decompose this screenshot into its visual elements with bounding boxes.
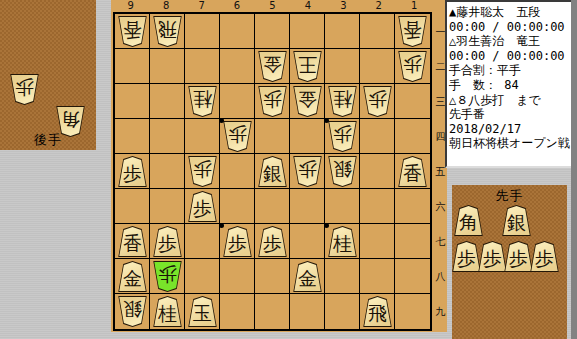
info-line: 手合割：平手	[449, 63, 576, 78]
square-2-7	[360, 224, 395, 259]
square-9-3	[115, 84, 150, 119]
square-5-8	[255, 259, 290, 294]
piece-歩: 歩	[363, 86, 392, 117]
info-line: △羽生善治 竜王	[449, 34, 576, 49]
piece-香: 香	[118, 16, 147, 47]
piece-歩: 歩	[478, 241, 507, 272]
square-9-1: 香	[115, 14, 150, 49]
file-label: 8	[148, 0, 183, 12]
hoshi-dot	[219, 223, 224, 228]
file-label: 5	[255, 0, 290, 12]
piece-香: 香	[398, 16, 427, 47]
square-1-1: 香	[395, 14, 430, 49]
square-9-5: 歩	[115, 154, 150, 189]
square-3-8	[325, 259, 360, 294]
piece-香: 香	[118, 226, 147, 257]
square-6-2	[220, 49, 255, 84]
piece-角: 角	[454, 205, 483, 236]
square-4-3: 金	[290, 84, 325, 119]
square-2-2	[360, 49, 395, 84]
file-label: 1	[397, 0, 432, 12]
square-4-9	[290, 294, 325, 329]
square-1-5: 香	[395, 154, 430, 189]
piece-歩: 歩	[293, 156, 322, 187]
piece-歩: 歩	[223, 121, 252, 152]
piece-歩: 歩	[188, 156, 217, 187]
game-info-panel[interactable]: ▲藤井聡太 五段00:00 / 00:00:00△羽生善治 竜王00:00 / …	[445, 0, 577, 168]
square-8-9: 桂	[150, 294, 185, 329]
file-label: 6	[219, 0, 254, 12]
square-9-4	[115, 119, 150, 154]
window-edge	[571, 0, 577, 339]
square-2-3: 歩	[360, 84, 395, 119]
square-7-8	[185, 259, 220, 294]
board-area: 987654321 香飛香金王歩桂歩金桂歩歩歩歩歩銀歩銀香歩香歩歩歩桂金歩金銀桂…	[111, 0, 447, 332]
square-7-6: 歩	[185, 189, 220, 224]
square-3-3: 桂	[325, 84, 360, 119]
square-8-4	[150, 119, 185, 154]
square-7-9: 玉	[185, 294, 220, 329]
info-line: 2018/02/17	[449, 122, 576, 137]
sente-captured-stand: 先手 角銀歩歩歩歩	[452, 185, 567, 339]
square-2-1	[360, 14, 395, 49]
square-6-5	[220, 154, 255, 189]
square-8-3	[150, 84, 185, 119]
shogi-kifu-viewer: 歩角 後手 987654321 香飛香金王歩桂歩金桂歩歩歩歩歩銀歩銀香歩香歩歩歩…	[0, 0, 577, 339]
square-4-7	[290, 224, 325, 259]
square-5-5: 銀	[255, 154, 290, 189]
square-7-2	[185, 49, 220, 84]
rank-label: 八	[434, 259, 447, 294]
piece-歩: 歩	[398, 51, 427, 82]
piece-飛: 飛	[153, 16, 182, 47]
piece-歩: 歩	[153, 226, 182, 257]
piece-歩: 歩	[530, 241, 559, 272]
square-8-8: 歩	[150, 259, 185, 294]
square-5-6	[255, 189, 290, 224]
square-9-2	[115, 49, 150, 84]
square-6-7: 歩	[220, 224, 255, 259]
square-6-4: 歩	[220, 119, 255, 154]
rank-label: 九	[434, 294, 447, 329]
square-2-9: 飛	[360, 294, 395, 329]
square-8-2	[150, 49, 185, 84]
piece-桂: 桂	[328, 226, 357, 257]
square-6-3	[220, 84, 255, 119]
info-line: ▲藤井聡太 五段	[449, 5, 576, 20]
piece-玉: 玉	[188, 296, 217, 327]
piece-桂: 桂	[328, 86, 357, 117]
piece-歩: 歩	[504, 241, 533, 272]
rank-label: 七	[434, 224, 447, 259]
square-3-6	[325, 189, 360, 224]
file-label: 9	[113, 0, 148, 12]
file-label: 2	[361, 0, 396, 12]
square-9-9: 銀	[115, 294, 150, 329]
piece-金: 金	[293, 261, 322, 292]
square-8-7: 歩	[150, 224, 185, 259]
piece-金: 金	[293, 86, 322, 117]
hoshi-dot	[219, 118, 224, 123]
square-4-4	[290, 119, 325, 154]
square-3-5: 銀	[325, 154, 360, 189]
piece-歩: 歩	[328, 121, 357, 152]
square-9-8: 金	[115, 259, 150, 294]
square-4-5: 歩	[290, 154, 325, 189]
info-line: 00:00 / 00:00:00	[449, 49, 576, 64]
gote-stand-label: 後手	[0, 131, 96, 149]
square-3-4: 歩	[325, 119, 360, 154]
piece-桂: 桂	[188, 86, 217, 117]
piece-銀: 銀	[258, 156, 287, 187]
square-2-4	[360, 119, 395, 154]
file-labels: 987654321	[113, 0, 432, 12]
info-line: 朝日杯将棋オープン戦	[449, 136, 576, 151]
hoshi-dot	[324, 118, 329, 123]
piece-桂: 桂	[153, 296, 182, 327]
square-4-1	[290, 14, 325, 49]
piece-金: 金	[118, 261, 147, 292]
square-5-4	[255, 119, 290, 154]
square-1-3	[395, 84, 430, 119]
square-6-8	[220, 259, 255, 294]
piece-銀: 銀	[118, 296, 147, 327]
piece-歩: 歩	[258, 226, 287, 257]
square-3-2	[325, 49, 360, 84]
piece-歩: 歩	[452, 241, 481, 272]
square-4-8: 金	[290, 259, 325, 294]
square-5-3: 歩	[255, 84, 290, 119]
info-line: △８八歩打 まで	[449, 93, 576, 108]
piece-香: 香	[398, 156, 427, 187]
square-1-6	[395, 189, 430, 224]
square-8-1: 飛	[150, 14, 185, 49]
square-1-8	[395, 259, 430, 294]
sente-stand-label: 先手	[452, 187, 567, 205]
square-7-1	[185, 14, 220, 49]
square-4-6	[290, 189, 325, 224]
info-line: 手 数： 84	[449, 78, 576, 93]
square-6-1	[220, 14, 255, 49]
square-6-6	[220, 189, 255, 224]
square-5-1	[255, 14, 290, 49]
piece-王: 王	[293, 51, 322, 82]
square-1-4	[395, 119, 430, 154]
piece-歩: 歩	[118, 156, 147, 187]
info-line: 先手番	[449, 107, 576, 122]
gote-captured-stand: 歩角 後手	[0, 0, 96, 150]
square-1-9	[395, 294, 430, 329]
square-2-6	[360, 189, 395, 224]
hoshi-dot	[324, 223, 329, 228]
shogi-board: 香飛香金王歩桂歩金桂歩歩歩歩歩銀歩銀香歩香歩歩歩桂金歩金銀桂玉飛	[113, 12, 432, 331]
file-label: 3	[326, 0, 361, 12]
square-3-9	[325, 294, 360, 329]
info-line: 00:00 / 00:00:00	[449, 20, 576, 35]
piece-歩: 歩	[258, 86, 287, 117]
square-1-7	[395, 224, 430, 259]
square-3-7: 桂	[325, 224, 360, 259]
piece-歩: 歩	[188, 191, 217, 222]
square-5-9	[255, 294, 290, 329]
square-3-1	[325, 14, 360, 49]
square-5-7: 歩	[255, 224, 290, 259]
square-7-3: 桂	[185, 84, 220, 119]
piece-歩: 歩	[153, 261, 182, 292]
square-5-2: 金	[255, 49, 290, 84]
square-7-5: 歩	[185, 154, 220, 189]
square-8-6	[150, 189, 185, 224]
square-9-7: 香	[115, 224, 150, 259]
square-9-6	[115, 189, 150, 224]
piece-歩: 歩	[10, 74, 39, 105]
file-label: 7	[184, 0, 219, 12]
file-label: 4	[290, 0, 325, 12]
piece-金: 金	[258, 51, 287, 82]
piece-銀: 銀	[328, 156, 357, 187]
square-4-2: 王	[290, 49, 325, 84]
square-7-4	[185, 119, 220, 154]
piece-銀: 銀	[502, 205, 531, 236]
piece-飛: 飛	[363, 296, 392, 327]
square-7-7	[185, 224, 220, 259]
square-6-9	[220, 294, 255, 329]
rank-label: 六	[434, 189, 447, 224]
square-2-8	[360, 259, 395, 294]
square-8-5	[150, 154, 185, 189]
square-2-5	[360, 154, 395, 189]
piece-歩: 歩	[223, 226, 252, 257]
square-1-2: 歩	[395, 49, 430, 84]
